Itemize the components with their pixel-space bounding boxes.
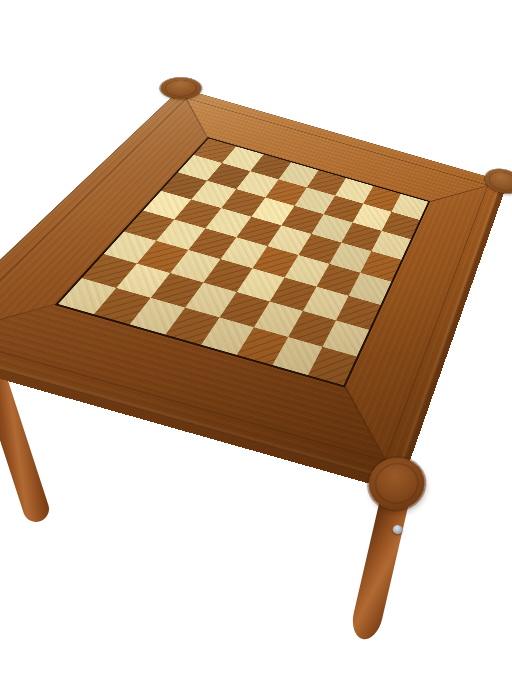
product-photo-scene	[0, 0, 512, 682]
tabletop	[0, 88, 503, 483]
leg-screw	[392, 524, 404, 535]
